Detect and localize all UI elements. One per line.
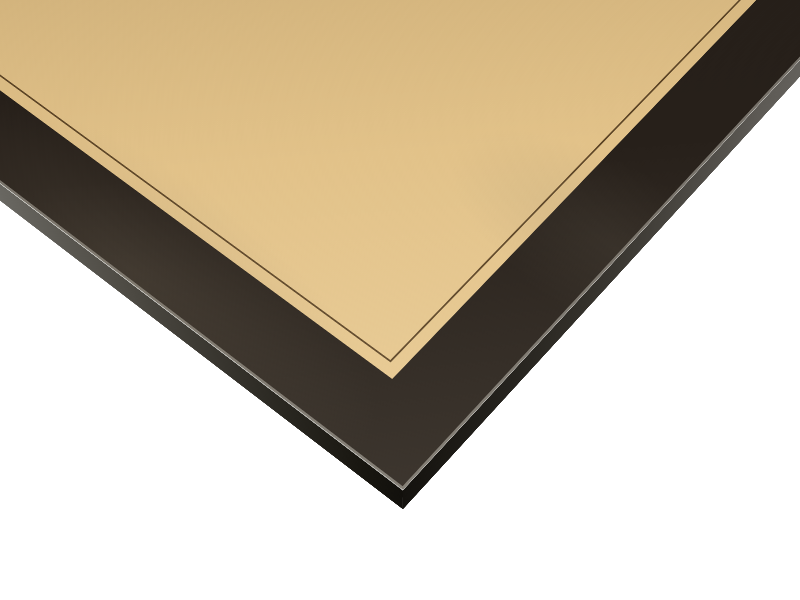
board-grid: [0, 0, 800, 362]
photo-backdrop: [0, 0, 800, 600]
chessboard: [0, 0, 800, 490]
